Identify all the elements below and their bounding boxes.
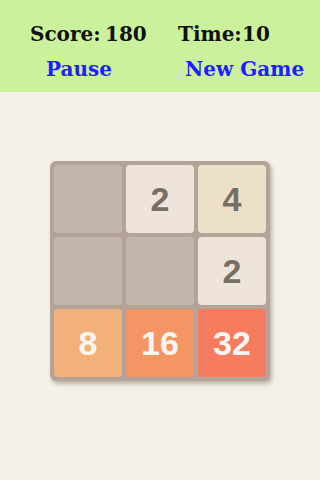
tile-32: 32	[198, 309, 266, 377]
board[interactable]: 24281632	[50, 161, 270, 381]
time-label: Time:	[178, 24, 242, 44]
empty-cell	[54, 165, 122, 233]
tile-2: 2	[198, 237, 266, 305]
empty-cell	[54, 237, 122, 305]
tile-2: 2	[126, 165, 194, 233]
new-game-button[interactable]: New Game	[185, 59, 304, 79]
score-value: 180	[105, 24, 147, 44]
tile-4: 4	[198, 165, 266, 233]
tile-8: 8	[54, 309, 122, 377]
empty-cell	[126, 237, 194, 305]
header-bar: Score: 180 Time: 10 Pause New Game	[0, 0, 320, 92]
game-screen: Score: 180 Time: 10 Pause New Game 24281…	[0, 0, 320, 480]
score-label: Score:	[30, 24, 101, 44]
pause-button[interactable]: Pause	[46, 59, 112, 79]
tile-16: 16	[126, 309, 194, 377]
time-value: 10	[242, 24, 270, 44]
